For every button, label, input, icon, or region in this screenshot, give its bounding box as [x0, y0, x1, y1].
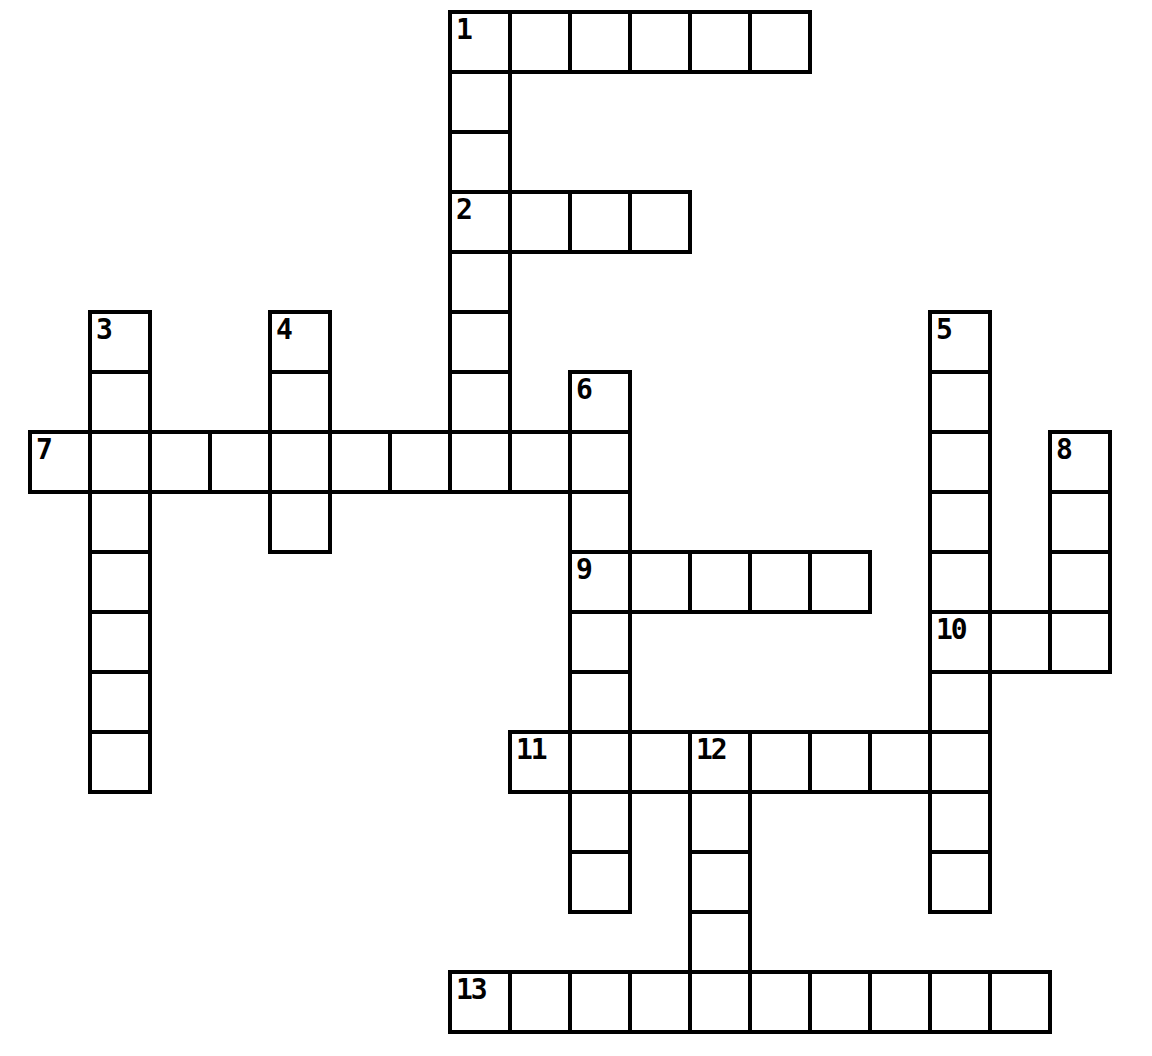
grid-cell[interactable]: [508, 970, 572, 1034]
grid-cell[interactable]: [628, 970, 692, 1034]
grid-cell[interactable]: [928, 370, 992, 434]
grid-cell[interactable]: [388, 430, 452, 494]
clue-number: 9: [576, 553, 591, 586]
clue-number: 12: [696, 733, 726, 766]
grid-cell[interactable]: [508, 10, 572, 74]
clue-number: 11: [516, 733, 546, 766]
grid-cell[interactable]: [88, 490, 152, 554]
clue-number: 13: [456, 973, 486, 1006]
grid-cell[interactable]: 1: [448, 10, 512, 74]
clue-number: 7: [36, 433, 51, 466]
grid-cell[interactable]: [688, 550, 752, 614]
grid-cell[interactable]: [88, 730, 152, 794]
grid-cell[interactable]: [568, 190, 632, 254]
grid-cell[interactable]: [508, 430, 572, 494]
grid-cell[interactable]: [448, 250, 512, 314]
grid-cell[interactable]: [508, 190, 572, 254]
grid-cell[interactable]: [268, 430, 332, 494]
grid-cell[interactable]: [688, 10, 752, 74]
grid-cell[interactable]: [688, 850, 752, 914]
grid-cell[interactable]: [628, 10, 692, 74]
grid-cell[interactable]: [268, 490, 332, 554]
clue-number: 10: [936, 613, 966, 646]
grid-cell[interactable]: [928, 970, 992, 1034]
grid-cell[interactable]: [448, 430, 512, 494]
grid-cell[interactable]: [88, 550, 152, 614]
grid-cell[interactable]: [568, 970, 632, 1034]
grid-cell[interactable]: [928, 850, 992, 914]
grid-cell[interactable]: 13: [448, 970, 512, 1034]
grid-cell[interactable]: [748, 10, 812, 74]
grid-cell[interactable]: [868, 970, 932, 1034]
grid-cell[interactable]: [568, 490, 632, 554]
grid-cell[interactable]: 6: [568, 370, 632, 434]
grid-cell[interactable]: 8: [1048, 430, 1112, 494]
grid-cell[interactable]: [88, 430, 152, 494]
clue-number: 4: [276, 313, 291, 346]
grid-cell[interactable]: [568, 430, 632, 494]
grid-cell[interactable]: [268, 370, 332, 434]
grid-cell[interactable]: [628, 730, 692, 794]
grid-cell[interactable]: [208, 430, 272, 494]
grid-cell[interactable]: [568, 850, 632, 914]
grid-cell[interactable]: [568, 610, 632, 674]
grid-cell[interactable]: [448, 130, 512, 194]
grid-cell[interactable]: 2: [448, 190, 512, 254]
grid-cell[interactable]: [928, 670, 992, 734]
grid-cell[interactable]: [748, 730, 812, 794]
grid-cell[interactable]: [748, 970, 812, 1034]
grid-cell[interactable]: [448, 70, 512, 134]
grid-cell[interactable]: [448, 310, 512, 374]
grid-cell[interactable]: 10: [928, 610, 992, 674]
grid-cell[interactable]: [568, 670, 632, 734]
grid-cell[interactable]: [928, 430, 992, 494]
grid-cell[interactable]: [928, 490, 992, 554]
grid-cell[interactable]: [808, 730, 872, 794]
grid-cell[interactable]: 12: [688, 730, 752, 794]
grid-cell[interactable]: [88, 370, 152, 434]
grid-cell[interactable]: [628, 550, 692, 614]
grid-cell[interactable]: [628, 190, 692, 254]
grid-cell[interactable]: [148, 430, 212, 494]
grid-cell[interactable]: [688, 910, 752, 974]
grid-cell[interactable]: 5: [928, 310, 992, 374]
grid-cell[interactable]: [568, 730, 632, 794]
clue-number: 1: [456, 13, 471, 46]
grid-cell[interactable]: 3: [88, 310, 152, 374]
clue-number: 6: [576, 373, 591, 406]
grid-cell[interactable]: [448, 370, 512, 434]
grid-cell[interactable]: [988, 970, 1052, 1034]
grid-cell[interactable]: [1048, 610, 1112, 674]
grid-cell[interactable]: [928, 550, 992, 614]
grid-cell[interactable]: [688, 790, 752, 854]
grid-cell[interactable]: 7: [28, 430, 92, 494]
grid-cell[interactable]: [568, 10, 632, 74]
grid-cell[interactable]: [568, 790, 632, 854]
grid-cell[interactable]: [1048, 550, 1112, 614]
grid-cell[interactable]: [688, 970, 752, 1034]
grid-cell[interactable]: [808, 550, 872, 614]
grid-cell[interactable]: [928, 730, 992, 794]
grid-cell[interactable]: [808, 970, 872, 1034]
grid-cell[interactable]: 11: [508, 730, 572, 794]
grid-cell[interactable]: [868, 730, 932, 794]
grid-cell[interactable]: 9: [568, 550, 632, 614]
clue-number: 8: [1056, 433, 1071, 466]
grid-cell[interactable]: [1048, 490, 1112, 554]
clue-number: 2: [456, 193, 471, 226]
grid-cell[interactable]: [328, 430, 392, 494]
clue-number: 3: [96, 313, 111, 346]
grid-cell[interactable]: [928, 790, 992, 854]
grid-cell[interactable]: 4: [268, 310, 332, 374]
grid-cell[interactable]: [748, 550, 812, 614]
clue-number: 5: [936, 313, 951, 346]
crossword-page: 12345678910111213: [0, 0, 1152, 1056]
crossword-board: 12345678910111213: [0, 0, 1152, 1056]
grid-cell[interactable]: [988, 610, 1052, 674]
grid-cell[interactable]: [88, 610, 152, 674]
grid-cell[interactable]: [88, 670, 152, 734]
